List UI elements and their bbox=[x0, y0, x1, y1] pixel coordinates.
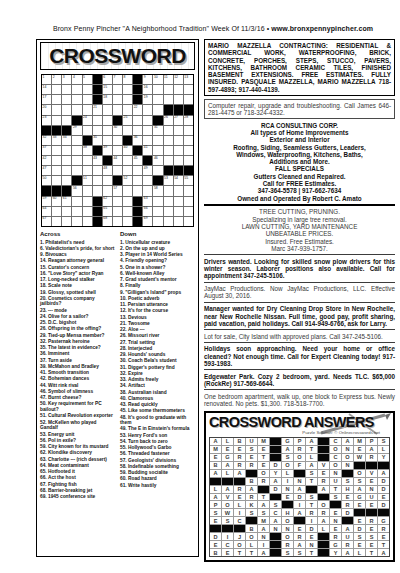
grid-cell[interactable] bbox=[123, 217, 132, 226]
grid-cell[interactable] bbox=[113, 207, 122, 216]
grid-cell[interactable] bbox=[93, 186, 102, 195]
black-square bbox=[222, 525, 233, 532]
grid-cell[interactable] bbox=[52, 166, 61, 175]
solution-cell: E bbox=[318, 470, 329, 477]
clue-item: 11. Persian utterance bbox=[120, 302, 195, 308]
grid-cell[interactable]: 28 bbox=[184, 116, 193, 125]
grid-cell[interactable] bbox=[164, 126, 173, 135]
masthead-text: Bronx Penny Pincher "A Neighborhood Trad… bbox=[53, 25, 271, 32]
clue-number: 42 bbox=[43, 156, 47, 160]
solution-cell: E bbox=[246, 454, 257, 461]
grid-cell[interactable]: 65 bbox=[103, 207, 112, 216]
grid-cell[interactable] bbox=[153, 166, 162, 175]
clue-number: 2 bbox=[53, 75, 55, 79]
grid-cell[interactable] bbox=[52, 156, 61, 165]
grid-cell[interactable] bbox=[113, 105, 122, 114]
grid-cell[interactable] bbox=[83, 126, 92, 135]
black-square bbox=[153, 176, 162, 185]
grid-cell[interactable] bbox=[62, 85, 71, 94]
grid-cell[interactable] bbox=[153, 136, 162, 145]
clue-item: 68. Barrier-breaking jet bbox=[40, 488, 115, 494]
grid-cell[interactable] bbox=[62, 217, 71, 226]
grid-cell[interactable] bbox=[143, 126, 152, 135]
clue-number: 28 bbox=[184, 115, 188, 119]
solution-cell: B bbox=[210, 462, 221, 469]
answers-credit: Puzzle Solution: © Onlinecrosswords.net bbox=[209, 430, 380, 435]
grid-cell[interactable] bbox=[62, 176, 71, 185]
grid-cell[interactable]: 67 bbox=[42, 217, 51, 226]
grid-cell[interactable] bbox=[133, 186, 142, 195]
black-square bbox=[184, 105, 193, 114]
grid-cell[interactable] bbox=[123, 197, 132, 206]
solution-cell: S bbox=[306, 494, 317, 501]
grid-cell[interactable]: 48 bbox=[103, 166, 112, 175]
clue-item: 18. Scale note bbox=[40, 283, 115, 289]
solution-cell: E bbox=[342, 494, 353, 501]
clue-item: 26. Offspring in the offing? bbox=[40, 326, 115, 332]
ad-text-line: One bedroom apartment, walk up, one bloc… bbox=[204, 393, 395, 408]
ad-text-line: Marc 347-939-1757. bbox=[204, 245, 395, 252]
clue-item: 6. Well-known Alley bbox=[120, 271, 195, 277]
solution-cell: H bbox=[282, 509, 293, 516]
solution-cell: I bbox=[294, 501, 305, 508]
grid-cell[interactable] bbox=[174, 156, 183, 165]
black-square bbox=[93, 85, 102, 94]
grid-cell[interactable]: 17 bbox=[42, 95, 51, 104]
grid-cell[interactable] bbox=[83, 95, 92, 104]
clue-number: 54 bbox=[174, 176, 178, 180]
grid-cell[interactable] bbox=[93, 176, 102, 185]
grid-cell[interactable] bbox=[62, 116, 71, 125]
grid-cell[interactable] bbox=[62, 156, 71, 165]
ad-text-line: LAWN CUTTING, YARD MAINTENANCE bbox=[204, 223, 395, 230]
grid-cell[interactable] bbox=[164, 217, 173, 226]
grid-cell[interactable] bbox=[93, 166, 102, 175]
grid-cell[interactable] bbox=[143, 186, 152, 195]
grid-cell[interactable]: 35 bbox=[93, 136, 102, 145]
grid-cell[interactable]: 55 bbox=[184, 176, 193, 185]
grid-cell[interactable] bbox=[184, 95, 193, 104]
grid-cell[interactable]: 66 bbox=[143, 207, 152, 216]
solution-cell: T bbox=[258, 494, 269, 501]
grid-cell[interactable] bbox=[52, 95, 61, 104]
grid-cell[interactable] bbox=[174, 95, 183, 104]
clue-number: 63 bbox=[144, 196, 148, 200]
ad-text-line: Owned and Operated By Robert C. Amato bbox=[204, 195, 395, 202]
grid-cell[interactable] bbox=[83, 156, 92, 165]
grid-cell[interactable]: 57 bbox=[113, 186, 122, 195]
grid-cell[interactable] bbox=[164, 146, 173, 155]
grid-cell[interactable]: 18 bbox=[103, 95, 112, 104]
grid-cell[interactable] bbox=[113, 166, 122, 175]
clue-item: 21. Twosome bbox=[120, 321, 195, 327]
ad-text-line: UNBEATABLE PRICES. bbox=[204, 230, 395, 237]
black-square bbox=[366, 509, 377, 516]
grid-cell[interactable]: 7 bbox=[113, 75, 122, 84]
grid-cell[interactable]: 12 bbox=[174, 75, 183, 84]
grid-cell[interactable] bbox=[72, 217, 81, 226]
grid-cell[interactable] bbox=[133, 176, 142, 185]
grid-cell[interactable]: 56 bbox=[72, 186, 81, 195]
grid-cell[interactable]: 36 bbox=[133, 136, 142, 145]
grid-cell[interactable] bbox=[62, 146, 71, 155]
grid-cell[interactable]: 37 bbox=[42, 146, 51, 155]
grid-cell[interactable] bbox=[72, 146, 81, 155]
grid-cell[interactable] bbox=[62, 105, 71, 114]
grid-cell[interactable]: 9 bbox=[143, 75, 152, 84]
solution-cell: D bbox=[270, 462, 281, 469]
clue-number: 14 bbox=[43, 85, 47, 89]
grid-cell[interactable]: 21 bbox=[93, 105, 102, 114]
grid-cell[interactable]: 34 bbox=[62, 136, 71, 145]
grid-cell[interactable]: 47 bbox=[42, 166, 51, 175]
grid-cell[interactable] bbox=[184, 85, 193, 94]
grid-cell[interactable] bbox=[113, 136, 122, 145]
solution-cell: A bbox=[258, 525, 269, 532]
grid-cell[interactable]: 42 bbox=[42, 156, 51, 165]
clue-item: 29. Tied-up Mensa member? bbox=[40, 333, 115, 339]
ad-text-line: Insured. Free Estimates. bbox=[204, 238, 395, 245]
grid-cell[interactable] bbox=[123, 156, 132, 165]
grid-cell[interactable] bbox=[113, 146, 122, 155]
grid-cell[interactable] bbox=[153, 85, 162, 94]
solution-cell: E bbox=[330, 525, 341, 532]
clue-item: 45. Like some thermometers bbox=[120, 408, 195, 414]
grid-cell[interactable]: 41 bbox=[143, 146, 152, 155]
grid-cell[interactable] bbox=[174, 186, 183, 195]
grid-cell[interactable]: 62 bbox=[103, 197, 112, 206]
grid-cell[interactable]: 43 bbox=[93, 156, 102, 165]
grid-cell[interactable]: 60 bbox=[52, 197, 61, 206]
grid-cell[interactable] bbox=[174, 126, 183, 135]
solution-cell: A bbox=[246, 486, 257, 493]
grid-cell[interactable]: 40 bbox=[123, 146, 132, 155]
grid-cell[interactable] bbox=[123, 166, 132, 175]
clue-item: 61. Write hastily bbox=[120, 483, 195, 489]
clue-item: 5. One in a shower? bbox=[120, 265, 195, 271]
classifieds-column: MARIO MAZZELLA CONTRACTING: RESIDENTIAL … bbox=[204, 39, 395, 562]
grid-cell[interactable] bbox=[133, 166, 142, 175]
grid-cell[interactable]: 49 bbox=[143, 166, 152, 175]
solution-cell: G bbox=[222, 454, 233, 461]
grid-cell[interactable]: 32 bbox=[42, 136, 51, 145]
grid-cell[interactable] bbox=[103, 116, 112, 125]
solution-cell: U bbox=[246, 438, 257, 445]
grid-cell[interactable]: 50 bbox=[42, 176, 51, 185]
grid-cell[interactable]: 19 bbox=[143, 95, 152, 104]
clue-item: 23. --- mode bbox=[40, 308, 115, 314]
grid-cell[interactable] bbox=[133, 116, 142, 125]
grid-cell[interactable]: 33 bbox=[52, 136, 61, 145]
clue-number: 4 bbox=[73, 75, 75, 79]
ad-text-line: Holidays soon approaching. Need your hom… bbox=[204, 345, 395, 367]
grid-cell[interactable]: 5 bbox=[83, 75, 92, 84]
grid-cell[interactable] bbox=[72, 166, 81, 175]
solution-cell: N bbox=[306, 541, 317, 548]
grid-cell[interactable] bbox=[52, 146, 61, 155]
grid-cell[interactable]: 30 bbox=[113, 126, 122, 135]
grid-cell[interactable]: 20 bbox=[42, 105, 51, 114]
grid-cell[interactable] bbox=[83, 85, 92, 94]
black-square bbox=[133, 146, 142, 155]
grid-cell[interactable] bbox=[174, 85, 183, 94]
black-square bbox=[153, 116, 162, 125]
grid-cell[interactable] bbox=[93, 116, 102, 125]
grid-cell[interactable] bbox=[83, 186, 92, 195]
grid-cell[interactable]: 61 bbox=[62, 197, 71, 206]
grid-cell[interactable]: 27 bbox=[174, 116, 183, 125]
clue-item: 43. Read quickly bbox=[120, 402, 195, 408]
solution-cell: R bbox=[294, 533, 305, 540]
solution-cell: N bbox=[282, 525, 293, 532]
grid-cell[interactable]: 52 bbox=[123, 176, 132, 185]
grid-cell[interactable] bbox=[184, 186, 193, 195]
grid-cell[interactable] bbox=[143, 176, 152, 185]
black-square bbox=[62, 126, 71, 135]
black-square bbox=[318, 454, 329, 461]
grid-cell[interactable]: 38 bbox=[83, 146, 92, 155]
grid-cell[interactable] bbox=[123, 105, 132, 114]
grid-cell[interactable] bbox=[72, 85, 81, 94]
solution-cell: R bbox=[282, 541, 293, 548]
grid-cell[interactable] bbox=[184, 146, 193, 155]
ad-text-line: FALL SPECIALS bbox=[204, 165, 395, 172]
grid-cell[interactable] bbox=[184, 136, 193, 145]
grid-cell[interactable]: 23 bbox=[42, 116, 51, 125]
grid-cell[interactable] bbox=[164, 95, 173, 104]
solution-cell: V bbox=[318, 462, 329, 469]
grid-cell[interactable]: 64 bbox=[42, 207, 51, 216]
grid-cell[interactable] bbox=[72, 105, 81, 114]
grid-cell[interactable]: 6 bbox=[103, 75, 112, 84]
grid-cell[interactable]: 26 bbox=[164, 116, 173, 125]
grid-cell[interactable] bbox=[153, 105, 162, 114]
grid-cell[interactable] bbox=[113, 95, 122, 104]
grid-cell[interactable] bbox=[83, 197, 92, 206]
black-square bbox=[366, 462, 377, 469]
grid-cell[interactable]: 15 bbox=[103, 85, 112, 94]
black-square bbox=[342, 517, 353, 524]
grid-cell[interactable] bbox=[52, 116, 61, 125]
solution-cell: O bbox=[294, 454, 305, 461]
solution-cell: A bbox=[210, 438, 221, 445]
grid-cell[interactable] bbox=[72, 156, 81, 165]
grid-cell[interactable] bbox=[133, 126, 142, 135]
grid-cell[interactable]: 3 bbox=[62, 75, 71, 84]
grid-cell[interactable] bbox=[52, 105, 61, 114]
grid-cell[interactable] bbox=[103, 126, 112, 135]
grid-cell[interactable] bbox=[123, 95, 132, 104]
grid-cell[interactable] bbox=[72, 95, 81, 104]
clue-number: 9 bbox=[144, 75, 146, 79]
clue-item: 24. Olive for a sailor? bbox=[40, 314, 115, 320]
grid-cell[interactable]: 11 bbox=[164, 75, 173, 84]
grid-cell[interactable]: 69 bbox=[143, 217, 152, 226]
grid-cell[interactable]: 59 bbox=[42, 197, 51, 206]
grid-cell[interactable]: 51 bbox=[83, 176, 92, 185]
solution-cell: S bbox=[330, 494, 341, 501]
solution-cell: S bbox=[222, 517, 233, 524]
solution-cell: E bbox=[366, 478, 377, 485]
grid-cell[interactable]: 2 bbox=[52, 75, 61, 84]
clue-item: 62. Klondike discovery bbox=[40, 450, 115, 456]
ad-text-line: All types of Home Improvements bbox=[204, 129, 395, 136]
grid-cell[interactable] bbox=[174, 146, 183, 155]
grid-cell[interactable] bbox=[184, 207, 193, 216]
grid-cell[interactable]: 14 bbox=[42, 85, 51, 94]
solution-cell: L bbox=[234, 501, 245, 508]
solution-cell: S bbox=[378, 438, 389, 445]
black-square bbox=[234, 478, 245, 485]
grid-cell[interactable] bbox=[174, 197, 183, 206]
solution-cell: N bbox=[258, 533, 269, 540]
grid-cell[interactable] bbox=[103, 186, 112, 195]
grid-cell[interactable] bbox=[103, 176, 112, 185]
solution-cell: Y bbox=[378, 454, 389, 461]
clue-item: 9. Bivouacs bbox=[40, 252, 115, 258]
grid-cell[interactable] bbox=[113, 197, 122, 206]
grid-cell[interactable]: 4 bbox=[72, 75, 81, 84]
grid-cell[interactable] bbox=[72, 136, 81, 145]
grid-cell[interactable] bbox=[184, 197, 193, 206]
across-column: Across 1. Philatelist's need6. Valedicto… bbox=[40, 231, 115, 500]
grid-cell[interactable]: 22 bbox=[133, 105, 142, 114]
grid-cell[interactable] bbox=[52, 207, 61, 216]
grid-cell[interactable] bbox=[174, 207, 183, 216]
solution-cell: S bbox=[366, 533, 377, 540]
black-square bbox=[234, 525, 245, 532]
grid-cell[interactable]: 8 bbox=[123, 75, 132, 84]
black-square bbox=[318, 438, 329, 445]
grid-cell[interactable] bbox=[123, 85, 132, 94]
grid-cell[interactable] bbox=[174, 136, 183, 145]
solution-cell: I bbox=[234, 509, 245, 516]
black-square bbox=[270, 533, 281, 540]
grid-cell[interactable] bbox=[72, 197, 81, 206]
black-square bbox=[294, 470, 305, 477]
grid-cell[interactable] bbox=[184, 156, 193, 165]
grid-cell[interactable] bbox=[113, 85, 122, 94]
grid-cell[interactable] bbox=[52, 85, 61, 94]
grid-cell[interactable]: 68 bbox=[103, 217, 112, 226]
black-square bbox=[93, 207, 102, 216]
grid-cell[interactable] bbox=[62, 207, 71, 216]
black-square bbox=[246, 517, 257, 524]
clue-number: 44 bbox=[113, 156, 117, 160]
grid-cell[interactable] bbox=[83, 217, 92, 226]
black-square bbox=[318, 533, 329, 540]
grid-cell[interactable] bbox=[164, 186, 173, 195]
solution-cell: A bbox=[378, 470, 389, 477]
clue-number: 13 bbox=[184, 75, 188, 79]
solution-cell: A bbox=[210, 494, 221, 501]
grid-cell[interactable] bbox=[83, 166, 92, 175]
grid-cell[interactable] bbox=[153, 146, 162, 155]
solution-cell: T bbox=[306, 549, 317, 556]
clue-number: 43 bbox=[93, 156, 97, 160]
grid-cell[interactable]: 63 bbox=[143, 197, 152, 206]
grid-cell[interactable]: 31 bbox=[153, 126, 162, 135]
grid-cell[interactable]: 25 bbox=[123, 116, 132, 125]
grid-cell[interactable] bbox=[93, 126, 102, 135]
solution-cell: A bbox=[234, 470, 245, 477]
ads-list: MARIO MAZZELLA CONTRACTING: RESIDENTIAL … bbox=[204, 39, 395, 410]
grid-cell[interactable] bbox=[143, 105, 152, 114]
grid-cell[interactable]: 24 bbox=[83, 116, 92, 125]
grid-cell[interactable] bbox=[123, 126, 132, 135]
solution-cell: T bbox=[366, 549, 377, 556]
grid-cell[interactable]: 53 bbox=[164, 176, 173, 185]
grid-cell[interactable] bbox=[123, 186, 132, 195]
grid-cell[interactable] bbox=[174, 217, 183, 226]
grid-cell[interactable]: 10 bbox=[153, 75, 162, 84]
grid-cell[interactable] bbox=[143, 116, 152, 125]
grid-cell[interactable] bbox=[153, 207, 162, 216]
grid-cell[interactable]: 16 bbox=[143, 85, 152, 94]
clue-number: 68 bbox=[103, 216, 107, 220]
grid-cell[interactable] bbox=[72, 207, 81, 216]
ad-text-line: MARIO MAZZELLA CONTRACTING: RESIDENTIAL … bbox=[208, 42, 391, 93]
grid-cell[interactable] bbox=[164, 197, 173, 206]
grid-cell[interactable] bbox=[153, 217, 162, 226]
grid-cell[interactable] bbox=[123, 207, 132, 216]
black-square bbox=[93, 95, 102, 104]
solution-cell: L bbox=[378, 446, 389, 453]
solution-cell: O bbox=[234, 541, 245, 548]
grid-cell[interactable]: 44 bbox=[113, 156, 122, 165]
solution-cell: U bbox=[366, 494, 377, 501]
grid-cell[interactable] bbox=[62, 166, 71, 175]
grid-cell[interactable]: 13 bbox=[184, 75, 193, 84]
grid-cell[interactable] bbox=[83, 207, 92, 216]
grid-cell[interactable] bbox=[164, 136, 173, 145]
black-square bbox=[354, 462, 365, 469]
grid-cell[interactable] bbox=[143, 136, 152, 145]
clue-item: 6. Valedictorian's pride, for short bbox=[40, 246, 115, 252]
grid-cell[interactable] bbox=[184, 126, 193, 135]
grid-cell[interactable] bbox=[52, 217, 61, 226]
clue-number: 40 bbox=[124, 145, 128, 149]
grid-cell[interactable] bbox=[184, 217, 193, 226]
black-square bbox=[93, 75, 102, 84]
solution-cell: W bbox=[222, 509, 233, 516]
grid-cell[interactable] bbox=[164, 85, 173, 94]
grid-cell[interactable] bbox=[164, 156, 173, 165]
grid-cell[interactable] bbox=[164, 207, 173, 216]
grid-cell[interactable] bbox=[103, 105, 112, 114]
grid-cell[interactable] bbox=[52, 176, 61, 185]
grid-cell[interactable]: 1 bbox=[42, 75, 51, 84]
grid-cell[interactable]: 54 bbox=[174, 176, 183, 185]
black-square bbox=[133, 197, 142, 206]
solution-cell: M bbox=[354, 438, 365, 445]
grid-cell[interactable] bbox=[103, 136, 112, 145]
grid-cell[interactable]: 46 bbox=[153, 156, 162, 165]
grid-cell[interactable] bbox=[113, 217, 122, 226]
grid-cell[interactable] bbox=[153, 95, 162, 104]
grid-cell[interactable]: 45 bbox=[133, 156, 142, 165]
grid-cell[interactable]: 58 bbox=[153, 186, 162, 195]
clue-item: 49. The E in Einstein's formula bbox=[120, 426, 195, 432]
down-list: 1. Unicellular creature2. On the up and … bbox=[120, 240, 195, 489]
grid-cell[interactable]: 29 bbox=[72, 126, 81, 135]
grid-cell[interactable]: 39 bbox=[103, 146, 112, 155]
solution-cell: O bbox=[354, 470, 365, 477]
clue-item: 26. Missouri river bbox=[120, 333, 195, 339]
grid-cell[interactable] bbox=[83, 105, 92, 114]
grid-cell[interactable] bbox=[62, 95, 71, 104]
grid-cell[interactable] bbox=[153, 197, 162, 206]
